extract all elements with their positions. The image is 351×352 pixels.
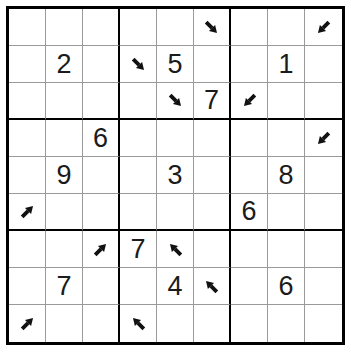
cell-r9c3[interactable] bbox=[83, 305, 120, 342]
cell-r5c2[interactable]: 9 bbox=[46, 157, 83, 194]
cell-r9c2[interactable] bbox=[46, 305, 83, 342]
cell-r2c5[interactable]: 5 bbox=[157, 46, 194, 83]
cell-r5c5[interactable]: 3 bbox=[157, 157, 194, 194]
cell-r8c1[interactable] bbox=[9, 268, 46, 305]
cell-r5c6[interactable] bbox=[194, 157, 231, 194]
cell-r7c9[interactable] bbox=[305, 231, 342, 268]
arrow-se-icon bbox=[167, 92, 184, 109]
given-digit: 7 bbox=[56, 273, 71, 300]
cell-r9c5[interactable] bbox=[157, 305, 194, 342]
arrow-se-icon bbox=[203, 19, 220, 36]
cell-r6c4[interactable] bbox=[120, 194, 157, 231]
cell-r4c8[interactable] bbox=[268, 120, 305, 157]
cell-r6c3[interactable] bbox=[83, 194, 120, 231]
cell-r8c8[interactable]: 6 bbox=[268, 268, 305, 305]
cell-r7c7[interactable] bbox=[231, 231, 268, 268]
given-digit: 7 bbox=[204, 87, 219, 114]
cell-r9c6[interactable] bbox=[194, 305, 231, 342]
cell-r8c6[interactable] bbox=[194, 268, 231, 305]
cell-r4c5[interactable] bbox=[157, 120, 194, 157]
cell-r6c8[interactable] bbox=[268, 194, 305, 231]
cell-r4c3[interactable]: 6 bbox=[83, 120, 120, 157]
cell-r3c1[interactable] bbox=[9, 83, 46, 120]
cell-r3c6[interactable]: 7 bbox=[194, 83, 231, 120]
cell-r5c4[interactable] bbox=[120, 157, 157, 194]
cell-r1c6[interactable] bbox=[194, 9, 231, 46]
cell-r4c7[interactable] bbox=[231, 120, 268, 157]
given-digit: 8 bbox=[278, 162, 293, 189]
cell-r9c4[interactable] bbox=[120, 305, 157, 342]
arrow-nw-icon bbox=[130, 315, 147, 332]
cell-r3c3[interactable] bbox=[83, 83, 120, 120]
cell-r6c6[interactable] bbox=[194, 194, 231, 231]
given-digit: 3 bbox=[167, 162, 182, 189]
cell-r9c9[interactable] bbox=[305, 305, 342, 342]
arrow-ne-icon bbox=[19, 203, 36, 220]
cell-r6c1[interactable] bbox=[9, 194, 46, 231]
cell-r8c9[interactable] bbox=[305, 268, 342, 305]
cell-r9c1[interactable] bbox=[9, 305, 46, 342]
cell-r1c8[interactable] bbox=[268, 9, 305, 46]
cell-r8c3[interactable] bbox=[83, 268, 120, 305]
cell-r5c9[interactable] bbox=[305, 157, 342, 194]
cell-r6c2[interactable] bbox=[46, 194, 83, 231]
cell-r6c9[interactable] bbox=[305, 194, 342, 231]
given-digit: 2 bbox=[56, 51, 71, 78]
cell-r7c8[interactable] bbox=[268, 231, 305, 268]
cell-r5c3[interactable] bbox=[83, 157, 120, 194]
cell-r1c5[interactable] bbox=[157, 9, 194, 46]
given-digit: 6 bbox=[278, 273, 293, 300]
arrow-se-icon bbox=[130, 56, 147, 73]
cell-r8c7[interactable] bbox=[231, 268, 268, 305]
cell-r4c4[interactable] bbox=[120, 120, 157, 157]
cell-r7c6[interactable] bbox=[194, 231, 231, 268]
cell-r5c7[interactable] bbox=[231, 157, 268, 194]
cell-r6c7[interactable]: 6 bbox=[231, 194, 268, 231]
sudoku-board: 2517693867746 bbox=[6, 6, 345, 345]
cell-r4c1[interactable] bbox=[9, 120, 46, 157]
cell-r3c8[interactable] bbox=[268, 83, 305, 120]
arrow-nw-icon bbox=[203, 278, 220, 295]
arrow-sw-icon bbox=[315, 19, 332, 36]
arrow-ne-icon bbox=[19, 315, 36, 332]
cell-r3c4[interactable] bbox=[120, 83, 157, 120]
cell-r3c5[interactable] bbox=[157, 83, 194, 120]
cell-r7c5[interactable] bbox=[157, 231, 194, 268]
cell-r9c7[interactable] bbox=[231, 305, 268, 342]
cell-r2c9[interactable] bbox=[305, 46, 342, 83]
cell-r1c1[interactable] bbox=[9, 9, 46, 46]
cell-r2c1[interactable] bbox=[9, 46, 46, 83]
given-digit: 1 bbox=[278, 51, 293, 78]
cell-r6c5[interactable] bbox=[157, 194, 194, 231]
given-digit: 9 bbox=[56, 162, 71, 189]
cell-r2c8[interactable]: 1 bbox=[268, 46, 305, 83]
cell-r1c7[interactable] bbox=[231, 9, 268, 46]
cell-r2c3[interactable] bbox=[83, 46, 120, 83]
sudoku-puzzle-page: 2517693867746 bbox=[0, 0, 351, 352]
arrow-sw-icon bbox=[241, 92, 258, 109]
given-digit: 5 bbox=[167, 51, 182, 78]
cell-r2c7[interactable] bbox=[231, 46, 268, 83]
cell-r9c8[interactable] bbox=[268, 305, 305, 342]
cell-r7c3[interactable] bbox=[83, 231, 120, 268]
cell-r8c2[interactable]: 7 bbox=[46, 268, 83, 305]
given-digit: 6 bbox=[241, 198, 256, 225]
cell-r2c4[interactable] bbox=[120, 46, 157, 83]
given-digit: 4 bbox=[167, 273, 182, 300]
cell-r1c9[interactable] bbox=[305, 9, 342, 46]
cell-r2c2[interactable]: 2 bbox=[46, 46, 83, 83]
cell-r3c7[interactable] bbox=[231, 83, 268, 120]
cell-r1c2[interactable] bbox=[46, 9, 83, 46]
cell-r2c6[interactable] bbox=[194, 46, 231, 83]
cell-r7c1[interactable] bbox=[9, 231, 46, 268]
cell-r4c6[interactable] bbox=[194, 120, 231, 157]
cell-r3c2[interactable] bbox=[46, 83, 83, 120]
cell-r1c4[interactable] bbox=[120, 9, 157, 46]
cell-r3c9[interactable] bbox=[305, 83, 342, 120]
given-digit: 6 bbox=[93, 125, 108, 152]
cell-r7c2[interactable] bbox=[46, 231, 83, 268]
given-digit: 7 bbox=[130, 236, 145, 263]
arrow-ne-icon bbox=[92, 241, 109, 258]
cell-r4c9[interactable] bbox=[305, 120, 342, 157]
arrow-sw-icon bbox=[315, 130, 332, 147]
arrow-nw-icon bbox=[167, 241, 184, 258]
cell-r1c3[interactable] bbox=[83, 9, 120, 46]
cell-r4c2[interactable] bbox=[46, 120, 83, 157]
cell-r8c4[interactable] bbox=[120, 268, 157, 305]
cell-r5c1[interactable] bbox=[9, 157, 46, 194]
cell-r8c5[interactable]: 4 bbox=[157, 268, 194, 305]
cell-r5c8[interactable]: 8 bbox=[268, 157, 305, 194]
cell-r7c4[interactable]: 7 bbox=[120, 231, 157, 268]
